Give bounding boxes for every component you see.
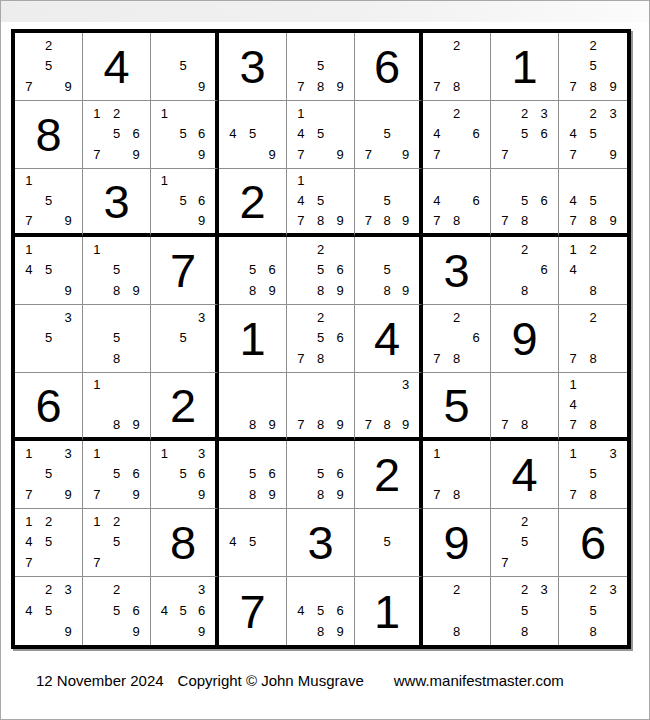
cell-r4c3: 7 <box>151 237 219 305</box>
pencil-marks: 45 <box>219 509 286 576</box>
cell-r4c1: 1459 <box>15 237 83 305</box>
pencil-mark-9: 9 <box>126 621 146 642</box>
pencil-mark-9: 9 <box>603 144 623 165</box>
cell-r2c6: 579 <box>355 101 423 169</box>
pencil-mark-7: 7 <box>19 210 39 230</box>
pencil-marks: 234579 <box>559 101 627 168</box>
pencil-marks: 5789 <box>287 33 354 100</box>
pencil-mark-6: 6 <box>126 124 146 145</box>
pencil-mark-4: 4 <box>19 260 39 281</box>
pencil-mark-9: 9 <box>603 76 623 97</box>
big-digit: 8 <box>151 509 215 576</box>
cell-r1c5: 5789 <box>287 33 355 101</box>
pencil-mark-3: 3 <box>58 579 78 600</box>
pencil-mark-7: 7 <box>563 144 583 165</box>
pencil-mark-3: 3 <box>534 103 554 124</box>
pencil-mark-3: 3 <box>603 579 623 600</box>
pencil-mark-1: 1 <box>155 171 174 191</box>
pencil-mark-6: 6 <box>192 124 211 145</box>
pencil-mark-2: 2 <box>583 35 603 56</box>
cell-r4c5: 25689 <box>287 237 355 305</box>
pencil-mark-5: 5 <box>243 532 263 553</box>
pencil-mark-9: 9 <box>603 210 623 230</box>
pencil-mark-7: 7 <box>359 210 378 230</box>
pencil-mark-6: 6 <box>466 328 486 349</box>
pencil-marks: 13569 <box>151 441 215 508</box>
pencil-mark-3: 3 <box>58 443 78 464</box>
pencil-mark-6: 6 <box>534 191 554 211</box>
pencil-mark-2: 2 <box>447 307 467 328</box>
cell-r5c1: 35 <box>15 305 83 373</box>
pencil-marks: 268 <box>491 237 558 304</box>
pencil-mark-6: 6 <box>330 600 350 621</box>
pencil-mark-5: 5 <box>243 464 263 485</box>
pencil-mark-1: 1 <box>427 443 447 464</box>
pencil-mark-8: 8 <box>583 484 603 505</box>
pencil-mark-8: 8 <box>447 621 467 642</box>
pencil-mark-9: 9 <box>330 210 350 230</box>
pencil-mark-7: 7 <box>19 552 39 573</box>
pencil-mark-2: 2 <box>447 35 467 56</box>
pencil-mark-1: 1 <box>563 443 583 464</box>
pencil-mark-5: 5 <box>515 124 535 145</box>
pencil-mark-7: 7 <box>291 414 311 434</box>
cell-r8c4: 45 <box>219 509 287 577</box>
pencil-mark-5: 5 <box>107 464 127 485</box>
pencil-mark-5: 5 <box>583 191 603 211</box>
pencil-mark-6: 6 <box>330 260 350 281</box>
pencil-mark-7: 7 <box>495 414 515 434</box>
cell-r6c5: 789 <box>287 373 355 441</box>
pencil-mark-3: 3 <box>534 579 554 600</box>
cell-r2c8: 23567 <box>491 101 559 169</box>
cell-r8c8: 257 <box>491 509 559 577</box>
pencil-mark-6: 6 <box>330 328 350 349</box>
pencil-mark-8: 8 <box>107 348 127 369</box>
pencil-marks: 257 <box>491 509 558 576</box>
pencil-mark-7: 7 <box>495 144 515 165</box>
pencil-mark-9: 9 <box>330 144 350 165</box>
pencil-mark-8: 8 <box>107 414 127 434</box>
pencil-mark-9: 9 <box>58 210 78 230</box>
cell-r5c3: 35 <box>151 305 219 373</box>
pencil-mark-9: 9 <box>330 414 350 434</box>
pencil-marks: 2678 <box>423 305 490 372</box>
cell-r8c6: 5 <box>355 509 423 577</box>
pencil-mark-4: 4 <box>19 532 39 553</box>
pencil-mark-8: 8 <box>515 621 535 642</box>
cell-r3c2: 3 <box>83 169 151 237</box>
cell-r7c2: 15679 <box>83 441 151 509</box>
cell-r5c5: 25678 <box>287 305 355 373</box>
pencil-mark-8: 8 <box>583 76 603 97</box>
cell-r6c6: 3789 <box>355 373 423 441</box>
pencil-marks: 2358 <box>491 577 558 645</box>
cell-r7c6: 2 <box>355 441 423 509</box>
pencil-mark-4: 4 <box>223 124 243 145</box>
pencil-mark-7: 7 <box>563 210 583 230</box>
pencil-marks: 25789 <box>559 33 627 100</box>
cell-r8c3: 8 <box>151 509 219 577</box>
cell-r5c2: 58 <box>83 305 151 373</box>
pencil-mark-5: 5 <box>39 328 59 349</box>
pencil-mark-7: 7 <box>427 348 447 369</box>
pencil-mark-8: 8 <box>243 414 263 434</box>
pencil-mark-8: 8 <box>583 210 603 230</box>
cell-r5c9: 278 <box>559 305 627 373</box>
cell-r9c1: 23459 <box>15 577 83 645</box>
pencil-marks: 4678 <box>423 169 490 233</box>
footer-website: www.manifestmaster.com <box>394 672 564 689</box>
cell-r9c8: 2358 <box>491 577 559 645</box>
pencil-mark-9: 9 <box>192 484 211 505</box>
pencil-mark-5: 5 <box>583 464 603 485</box>
pencil-mark-4: 4 <box>291 600 311 621</box>
pencil-mark-1: 1 <box>291 171 311 191</box>
pencil-mark-5: 5 <box>311 191 331 211</box>
pencil-mark-9: 9 <box>262 484 282 505</box>
pencil-marks: 25678 <box>287 305 354 372</box>
big-digit: 1 <box>219 305 286 372</box>
pencil-marks: 1478 <box>559 373 627 437</box>
cell-r7c7: 178 <box>423 441 491 509</box>
pencil-mark-9: 9 <box>262 414 282 434</box>
cell-r3c8: 5678 <box>491 169 559 237</box>
cell-r5c8: 9 <box>491 305 559 373</box>
cell-r1c6: 6 <box>355 33 423 101</box>
cell-r6c8: 78 <box>491 373 559 441</box>
footer-date: 12 November 2024 <box>36 672 164 689</box>
pencil-mark-5: 5 <box>107 124 127 145</box>
pencil-mark-2: 2 <box>311 307 331 328</box>
pencil-mark-5: 5 <box>39 260 59 281</box>
big-digit: 6 <box>355 33 419 100</box>
pencil-marks: 278 <box>559 305 627 372</box>
cell-r4c4: 5689 <box>219 237 287 305</box>
pencil-mark-8: 8 <box>311 621 331 642</box>
pencil-mark-1: 1 <box>155 103 174 124</box>
pencil-marks: 5678 <box>491 169 558 233</box>
pencil-mark-8: 8 <box>378 210 397 230</box>
cell-r1c4: 3 <box>219 33 287 101</box>
pencil-mark-6: 6 <box>534 260 554 281</box>
pencil-mark-5: 5 <box>107 328 127 349</box>
pencil-marks: 3789 <box>355 373 419 437</box>
pencil-mark-6: 6 <box>262 260 282 281</box>
pencil-mark-9: 9 <box>330 280 350 301</box>
pencil-mark-7: 7 <box>427 484 447 505</box>
pencil-marks: 58 <box>83 305 150 372</box>
pencil-mark-4: 4 <box>563 124 583 145</box>
pencil-marks: 14579 <box>287 101 354 168</box>
pencil-mark-5: 5 <box>583 600 603 621</box>
pencil-marks: 1569 <box>151 169 215 233</box>
pencil-mark-7: 7 <box>87 144 107 165</box>
cell-r6c1: 6 <box>15 373 83 441</box>
pencil-mark-2: 2 <box>515 579 535 600</box>
pencil-marks: 1459 <box>15 237 82 304</box>
pencil-mark-5: 5 <box>174 191 193 211</box>
pencil-mark-5: 5 <box>39 191 59 211</box>
pencil-mark-6: 6 <box>534 124 554 145</box>
pencil-marks: 2569 <box>83 577 150 645</box>
pencil-mark-1: 1 <box>563 375 583 395</box>
pencil-marks: 45689 <box>287 577 354 645</box>
cell-r4c7: 3 <box>423 237 491 305</box>
pencil-mark-9: 9 <box>396 280 415 301</box>
big-digit: 2 <box>219 169 286 233</box>
pencil-marks: 59 <box>151 33 215 100</box>
pencil-mark-7: 7 <box>87 484 107 505</box>
pencil-marks: 5689 <box>219 237 286 304</box>
cell-r2c9: 234579 <box>559 101 627 169</box>
pencil-mark-8: 8 <box>378 414 397 434</box>
pencil-mark-8: 8 <box>311 348 331 369</box>
pencil-mark-9: 9 <box>330 484 350 505</box>
pencil-marks: 78 <box>491 373 558 437</box>
pencil-mark-3: 3 <box>603 443 623 464</box>
pencil-mark-8: 8 <box>243 484 263 505</box>
big-digit: 2 <box>355 441 419 508</box>
pencil-mark-8: 8 <box>515 414 535 434</box>
cell-r3c6: 5789 <box>355 169 423 237</box>
cell-r2c5: 14579 <box>287 101 355 169</box>
cell-r4c6: 589 <box>355 237 423 305</box>
cell-r3c3: 1569 <box>151 169 219 237</box>
big-digit: 3 <box>219 33 286 100</box>
pencil-mark-2: 2 <box>583 307 603 328</box>
pencil-mark-2: 2 <box>39 511 59 532</box>
pencil-mark-7: 7 <box>495 552 515 573</box>
pencil-mark-9: 9 <box>396 414 415 434</box>
pencil-mark-5: 5 <box>174 600 193 621</box>
cell-r1c8: 1 <box>491 33 559 101</box>
pencil-marks: 35 <box>15 305 82 372</box>
pencil-mark-4: 4 <box>223 532 243 553</box>
cell-r9c6: 1 <box>355 577 423 645</box>
pencil-mark-2: 2 <box>515 511 535 532</box>
pencil-mark-8: 8 <box>243 280 263 301</box>
pencil-mark-9: 9 <box>126 280 146 301</box>
pencil-mark-2: 2 <box>583 103 603 124</box>
big-digit: 9 <box>423 509 490 576</box>
pencil-mark-9: 9 <box>58 280 78 301</box>
pencil-mark-6: 6 <box>192 600 211 621</box>
pencil-marks: 589 <box>355 237 419 304</box>
pencil-marks: 15679 <box>83 441 150 508</box>
pencil-marks: 1257 <box>83 509 150 576</box>
big-digit: 6 <box>15 373 82 437</box>
pencil-mark-5: 5 <box>39 464 59 485</box>
cell-r5c7: 2678 <box>423 305 491 373</box>
pencil-marks: 35 <box>151 305 215 372</box>
pencil-mark-2: 2 <box>39 579 59 600</box>
pencil-mark-6: 6 <box>126 600 146 621</box>
cell-r9c3: 34569 <box>151 577 219 645</box>
pencil-mark-2: 2 <box>515 239 535 260</box>
pencil-mark-7: 7 <box>87 552 107 573</box>
cell-r1c9: 25789 <box>559 33 627 101</box>
pencil-mark-8: 8 <box>311 76 331 97</box>
cell-r8c7: 9 <box>423 509 491 577</box>
pencil-mark-5: 5 <box>378 191 397 211</box>
pencil-mark-9: 9 <box>126 144 146 165</box>
big-digit: 6 <box>559 509 627 576</box>
pencil-mark-5: 5 <box>39 56 59 77</box>
cell-r8c2: 1257 <box>83 509 151 577</box>
pencil-mark-6: 6 <box>192 191 211 211</box>
pencil-mark-3: 3 <box>192 579 211 600</box>
cell-r3c9: 45789 <box>559 169 627 237</box>
pencil-marks: 189 <box>83 373 150 437</box>
pencil-mark-8: 8 <box>447 210 467 230</box>
pencil-mark-4: 4 <box>291 124 311 145</box>
pencil-marks: 1248 <box>559 237 627 304</box>
pencil-mark-3: 3 <box>58 307 78 328</box>
pencil-mark-7: 7 <box>427 144 447 165</box>
pencil-mark-5: 5 <box>174 56 193 77</box>
cell-r6c2: 189 <box>83 373 151 441</box>
cell-r6c9: 1478 <box>559 373 627 441</box>
pencil-marks: 178 <box>423 441 490 508</box>
pencil-marks: 1589 <box>83 237 150 304</box>
cell-r3c7: 4678 <box>423 169 491 237</box>
pencil-mark-9: 9 <box>396 144 415 165</box>
pencil-marks: 2358 <box>559 577 627 645</box>
pencil-mark-9: 9 <box>330 621 350 642</box>
pencil-mark-3: 3 <box>396 375 415 395</box>
pencil-marks: 278 <box>423 33 490 100</box>
pencil-mark-5: 5 <box>311 328 331 349</box>
pencil-mark-5: 5 <box>39 600 59 621</box>
page-top-strip <box>1 1 649 22</box>
pencil-mark-1: 1 <box>291 103 311 124</box>
cell-r3c5: 145789 <box>287 169 355 237</box>
pencil-marks: 789 <box>287 373 354 437</box>
pencil-mark-8: 8 <box>583 414 603 434</box>
big-digit: 2 <box>151 373 215 437</box>
cell-r2c7: 2467 <box>423 101 491 169</box>
pencil-marks: 13579 <box>15 441 82 508</box>
pencil-marks: 13578 <box>559 441 627 508</box>
pencil-mark-6: 6 <box>466 191 486 211</box>
pencil-marks: 28 <box>423 577 490 645</box>
pencil-mark-9: 9 <box>58 76 78 97</box>
cell-r6c7: 5 <box>423 373 491 441</box>
cell-r3c4: 2 <box>219 169 287 237</box>
pencil-mark-7: 7 <box>291 144 311 165</box>
pencil-mark-8: 8 <box>378 280 397 301</box>
big-digit: 8 <box>15 101 82 168</box>
cell-r4c2: 1589 <box>83 237 151 305</box>
pencil-mark-5: 5 <box>174 464 193 485</box>
pencil-mark-4: 4 <box>155 600 174 621</box>
pencil-mark-3: 3 <box>192 443 211 464</box>
pencil-mark-8: 8 <box>515 280 535 301</box>
cell-r7c4: 5689 <box>219 441 287 509</box>
big-digit: 7 <box>151 237 215 304</box>
pencil-mark-8: 8 <box>311 414 331 434</box>
big-digit: 4 <box>491 441 558 508</box>
pencil-mark-5: 5 <box>174 328 193 349</box>
pencil-mark-7: 7 <box>563 348 583 369</box>
pencil-marks: 1569 <box>151 101 215 168</box>
pencil-mark-8: 8 <box>515 210 535 230</box>
pencil-mark-7: 7 <box>563 484 583 505</box>
pencil-mark-7: 7 <box>291 76 311 97</box>
cell-r7c1: 13579 <box>15 441 83 509</box>
pencil-mark-2: 2 <box>447 579 467 600</box>
pencil-mark-6: 6 <box>262 464 282 485</box>
pencil-mark-1: 1 <box>87 511 107 532</box>
pencil-mark-7: 7 <box>563 414 583 434</box>
pencil-mark-1: 1 <box>155 443 174 464</box>
pencil-mark-1: 1 <box>19 239 39 260</box>
pencil-mark-7: 7 <box>359 414 378 434</box>
pencil-mark-1: 1 <box>19 171 39 191</box>
pencil-mark-5: 5 <box>311 600 331 621</box>
cell-r1c2: 4 <box>83 33 151 101</box>
pencil-marks: 34569 <box>151 577 215 645</box>
pencil-marks: 25689 <box>287 237 354 304</box>
pencil-mark-8: 8 <box>583 280 603 301</box>
pencil-mark-2: 2 <box>311 239 331 260</box>
pencil-mark-8: 8 <box>107 280 127 301</box>
pencil-mark-3: 3 <box>603 103 623 124</box>
pencil-mark-5: 5 <box>311 124 331 145</box>
cell-r7c8: 4 <box>491 441 559 509</box>
pencil-mark-7: 7 <box>291 210 311 230</box>
pencil-mark-9: 9 <box>262 280 282 301</box>
pencil-mark-7: 7 <box>19 76 39 97</box>
pencil-mark-7: 7 <box>563 76 583 97</box>
pencil-mark-2: 2 <box>583 579 603 600</box>
pencil-mark-6: 6 <box>466 124 486 145</box>
pencil-mark-9: 9 <box>192 621 211 642</box>
pencil-marks: 145789 <box>287 169 354 233</box>
cell-r8c9: 6 <box>559 509 627 577</box>
big-digit: 4 <box>83 33 150 100</box>
cell-r7c3: 13569 <box>151 441 219 509</box>
cell-r5c6: 4 <box>355 305 423 373</box>
pencil-mark-4: 4 <box>291 191 311 211</box>
pencil-mark-5: 5 <box>583 124 603 145</box>
pencil-mark-4: 4 <box>427 191 447 211</box>
pencil-marks: 125679 <box>83 101 150 168</box>
big-digit: 3 <box>287 509 354 576</box>
pencil-mark-9: 9 <box>262 144 282 165</box>
pencil-mark-7: 7 <box>495 210 515 230</box>
pencil-mark-5: 5 <box>515 600 535 621</box>
cell-r9c9: 2358 <box>559 577 627 645</box>
pencil-mark-4: 4 <box>563 191 583 211</box>
pencil-mark-2: 2 <box>107 511 127 532</box>
pencil-mark-5: 5 <box>515 532 535 553</box>
pencil-mark-1: 1 <box>87 239 107 260</box>
big-digit: 3 <box>423 237 490 304</box>
pencil-mark-8: 8 <box>583 348 603 369</box>
cell-r9c7: 28 <box>423 577 491 645</box>
pencil-mark-1: 1 <box>87 443 107 464</box>
pencil-marks: 89 <box>219 373 286 437</box>
big-digit: 5 <box>423 373 490 437</box>
pencil-mark-1: 1 <box>87 103 107 124</box>
pencil-mark-2: 2 <box>39 35 59 56</box>
pencil-marks: 23459 <box>15 577 82 645</box>
pencil-mark-5: 5 <box>174 124 193 145</box>
pencil-marks: 5689 <box>219 441 286 508</box>
cell-r2c4: 459 <box>219 101 287 169</box>
